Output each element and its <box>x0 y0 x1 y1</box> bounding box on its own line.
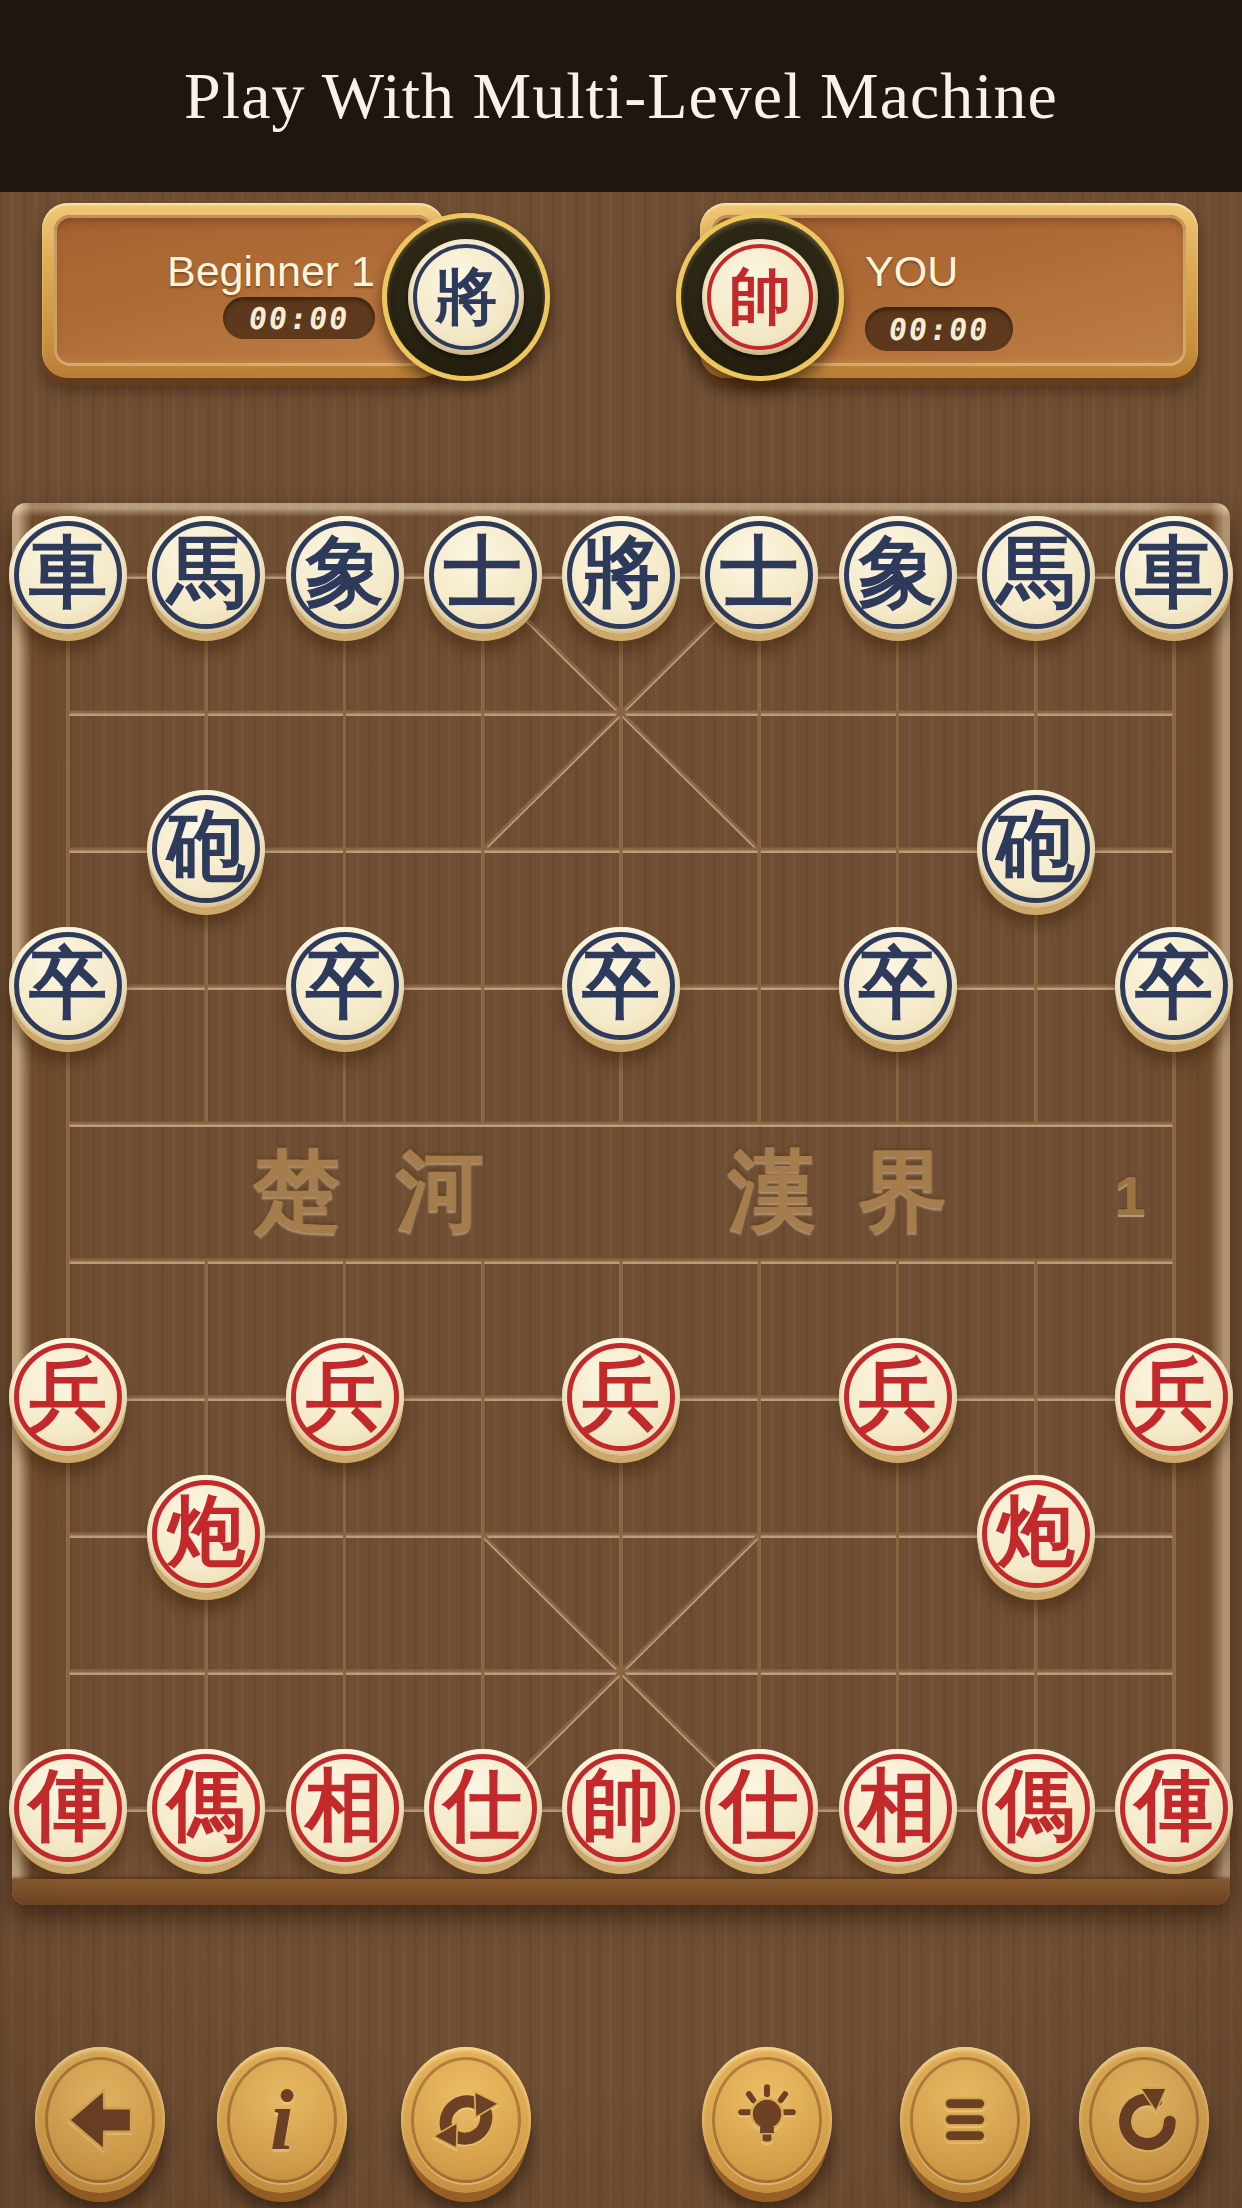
piece-glyph: 相 <box>839 1747 957 1865</box>
piece-glyph: 車 <box>1115 514 1233 632</box>
back-arrow-icon <box>58 2078 142 2162</box>
red-general-badge-char: 帥 <box>702 239 818 355</box>
piece-red-chariot[interactable]: 俥 <box>9 1749 127 1867</box>
pieces-layer: 車馬象士將士象馬車砲砲卒卒卒卒卒兵兵兵兵兵炮炮俥傌相仕帥仕相傌俥 <box>68 575 1174 1808</box>
piece-glyph: 俥 <box>1115 1747 1233 1865</box>
board-bottom-bevel <box>12 1879 1230 1905</box>
piece-red-soldier[interactable]: 兵 <box>839 1338 957 1456</box>
piece-black-cannon[interactable]: 砲 <box>147 790 265 908</box>
piece-black-horse[interactable]: 馬 <box>147 516 265 634</box>
opponent-timer: 00:00 <box>223 297 375 339</box>
piece-red-horse[interactable]: 傌 <box>147 1749 265 1867</box>
piece-glyph: 卒 <box>1115 925 1233 1043</box>
piece-red-cannon[interactable]: 炮 <box>977 1475 1095 1593</box>
piece-black-horse[interactable]: 馬 <box>977 516 1095 634</box>
piece-glyph: 卒 <box>9 925 127 1043</box>
piece-glyph: 兵 <box>286 1336 404 1454</box>
piece-red-advisor[interactable]: 仕 <box>424 1749 542 1867</box>
piece-red-elephant[interactable]: 相 <box>839 1749 957 1867</box>
piece-glyph: 車 <box>9 514 127 632</box>
piece-glyph: 兵 <box>562 1336 680 1454</box>
piece-black-soldier[interactable]: 卒 <box>839 927 957 1045</box>
piece-red-soldier[interactable]: 兵 <box>286 1338 404 1456</box>
red-general-badge-piece: 帥 <box>702 239 818 355</box>
info-icon: i <box>270 2077 294 2163</box>
piece-black-general[interactable]: 將 <box>562 516 680 634</box>
opponent-name: Beginner 1 <box>167 247 375 296</box>
piece-glyph: 士 <box>700 514 818 632</box>
piece-glyph: 象 <box>839 514 957 632</box>
piece-black-soldier[interactable]: 卒 <box>1115 927 1233 1045</box>
you-name: YOU <box>865 247 958 296</box>
hint-button[interactable] <box>702 2047 832 2193</box>
piece-black-cannon[interactable]: 砲 <box>977 790 1095 908</box>
piece-glyph: 炮 <box>977 1473 1095 1591</box>
piece-glyph: 士 <box>424 514 542 632</box>
piece-black-soldier[interactable]: 卒 <box>562 927 680 1045</box>
piece-glyph: 象 <box>286 514 404 632</box>
black-general-badge-char: 將 <box>408 239 524 355</box>
piece-glyph: 卒 <box>286 925 404 1043</box>
sync-rotate-icon <box>423 2077 509 2163</box>
piece-glyph: 砲 <box>147 788 265 906</box>
you-timer-text: 00:00 <box>886 312 991 347</box>
piece-glyph: 馬 <box>977 514 1095 632</box>
piece-black-soldier[interactable]: 卒 <box>286 927 404 1045</box>
piece-glyph: 傌 <box>147 1747 265 1865</box>
piece-red-horse[interactable]: 傌 <box>977 1749 1095 1867</box>
piece-glyph: 傌 <box>977 1747 1095 1865</box>
piece-red-soldier[interactable]: 兵 <box>562 1338 680 1456</box>
piece-glyph: 仕 <box>424 1747 542 1865</box>
menu-bars-icon <box>923 2078 1007 2162</box>
lightbulb-icon <box>724 2077 810 2163</box>
piece-black-elephant[interactable]: 象 <box>286 516 404 634</box>
xiangqi-board[interactable]: 楚 河 漢 界 1 車馬象士將士象馬車砲砲卒卒卒卒卒兵兵兵兵兵炮炮俥傌相仕帥仕相… <box>12 503 1230 1905</box>
you-timer: 00:00 <box>865 307 1013 351</box>
piece-glyph: 將 <box>562 514 680 632</box>
piece-red-cannon[interactable]: 炮 <box>147 1475 265 1593</box>
piece-black-soldier[interactable]: 卒 <box>9 927 127 1045</box>
piece-glyph: 卒 <box>562 925 680 1043</box>
piece-black-chariot[interactable]: 車 <box>1115 516 1233 634</box>
opponent-side-badge: 將 <box>382 213 550 381</box>
piece-black-chariot[interactable]: 車 <box>9 516 127 634</box>
piece-red-chariot[interactable]: 俥 <box>1115 1749 1233 1867</box>
piece-red-soldier[interactable]: 兵 <box>9 1338 127 1456</box>
piece-glyph: 兵 <box>839 1336 957 1454</box>
back-button[interactable] <box>35 2047 165 2193</box>
opponent-timer-text: 00:00 <box>246 301 351 336</box>
undo-button[interactable] <box>1079 2047 1209 2193</box>
flip-button[interactable] <box>401 2047 531 2193</box>
piece-glyph: 卒 <box>839 925 957 1043</box>
undo-arrow-icon <box>1101 2077 1187 2163</box>
piece-red-elephant[interactable]: 相 <box>286 1749 404 1867</box>
you-side-badge: 帥 <box>676 213 844 381</box>
piece-glyph: 仕 <box>700 1747 818 1865</box>
piece-red-soldier[interactable]: 兵 <box>1115 1338 1233 1456</box>
piece-glyph: 相 <box>286 1747 404 1865</box>
page-title: Play With Multi-Level Machine <box>0 48 1242 144</box>
piece-glyph: 兵 <box>1115 1336 1233 1454</box>
piece-glyph: 俥 <box>9 1747 127 1865</box>
piece-glyph: 帥 <box>562 1747 680 1865</box>
piece-glyph: 馬 <box>147 514 265 632</box>
piece-red-general[interactable]: 帥 <box>562 1749 680 1867</box>
piece-glyph: 砲 <box>977 788 1095 906</box>
black-general-badge-piece: 將 <box>408 239 524 355</box>
piece-black-elephant[interactable]: 象 <box>839 516 957 634</box>
title-banner: Play With Multi-Level Machine <box>0 0 1242 192</box>
piece-black-advisor[interactable]: 士 <box>424 516 542 634</box>
menu-button[interactable] <box>900 2047 1030 2193</box>
piece-red-advisor[interactable]: 仕 <box>700 1749 818 1867</box>
piece-black-advisor[interactable]: 士 <box>700 516 818 634</box>
piece-glyph: 炮 <box>147 1473 265 1591</box>
info-button[interactable]: i <box>217 2047 347 2193</box>
piece-glyph: 兵 <box>9 1336 127 1454</box>
